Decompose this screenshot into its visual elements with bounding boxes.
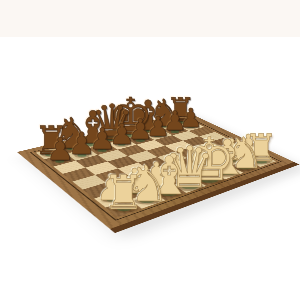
chess-board bbox=[17, 112, 294, 229]
product-photo-stage: ♜♞♝♛♚♝♞♜♟♟♟♟♟♟♟♟♟♟♟♟♟♟♟♟♜♞♝♛♚♝♞♜ bbox=[0, 0, 300, 300]
chess-board-squares bbox=[36, 117, 276, 217]
